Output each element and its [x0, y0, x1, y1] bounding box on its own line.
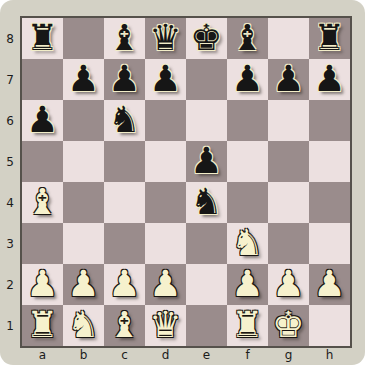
square-c8[interactable]: ♝ [104, 18, 145, 59]
piece-black-pawn[interactable]: ♟ [67, 58, 99, 99]
square-g1[interactable]: ♚ [268, 305, 309, 346]
square-a8[interactable]: ♜ [22, 18, 63, 59]
square-b8[interactable] [63, 18, 104, 59]
file-label-a: a [22, 348, 63, 364]
piece-black-pawn[interactable]: ♟ [272, 58, 304, 99]
square-f2[interactable]: ♟ [227, 264, 268, 305]
square-b5[interactable] [63, 141, 104, 182]
square-e4[interactable]: ♞ [186, 182, 227, 223]
square-b2[interactable]: ♟ [63, 264, 104, 305]
rank-label-8: 8 [0, 18, 20, 59]
piece-black-pawn[interactable]: ♟ [108, 58, 140, 99]
square-e1[interactable] [186, 305, 227, 346]
square-h7[interactable]: ♟ [309, 59, 350, 100]
piece-white-pawn[interactable]: ♟ [149, 263, 181, 304]
file-labels: abcdefgh [22, 348, 350, 364]
square-b4[interactable] [63, 182, 104, 223]
piece-white-bishop[interactable]: ♝ [26, 181, 58, 222]
file-label-e: e [186, 348, 227, 364]
square-c7[interactable]: ♟ [104, 59, 145, 100]
piece-white-king[interactable]: ♚ [272, 304, 304, 345]
square-h6[interactable] [309, 100, 350, 141]
piece-black-pawn[interactable]: ♟ [190, 140, 222, 181]
square-f4[interactable] [227, 182, 268, 223]
piece-black-rook[interactable]: ♜ [313, 17, 345, 58]
piece-white-pawn[interactable]: ♟ [108, 263, 140, 304]
square-f6[interactable] [227, 100, 268, 141]
square-c6[interactable]: ♞ [104, 100, 145, 141]
piece-black-bishop[interactable]: ♝ [231, 17, 263, 58]
square-b7[interactable]: ♟ [63, 59, 104, 100]
rank-label-6: 6 [0, 100, 20, 141]
square-g4[interactable] [268, 182, 309, 223]
square-g6[interactable] [268, 100, 309, 141]
square-e6[interactable] [186, 100, 227, 141]
piece-black-knight[interactable]: ♞ [108, 99, 140, 140]
square-g7[interactable]: ♟ [268, 59, 309, 100]
square-c3[interactable] [104, 223, 145, 264]
square-h4[interactable] [309, 182, 350, 223]
rank-label-1: 1 [0, 305, 20, 346]
square-b1[interactable]: ♞ [63, 305, 104, 346]
square-d2[interactable]: ♟ [145, 264, 186, 305]
piece-black-rook[interactable]: ♜ [26, 17, 58, 58]
piece-black-bishop[interactable]: ♝ [108, 17, 140, 58]
square-d3[interactable] [145, 223, 186, 264]
file-label-g: g [268, 348, 309, 364]
square-b6[interactable] [63, 100, 104, 141]
square-a6[interactable]: ♟ [22, 100, 63, 141]
file-label-b: b [63, 348, 104, 364]
rank-label-7: 7 [0, 59, 20, 100]
square-h5[interactable] [309, 141, 350, 182]
piece-white-queen[interactable]: ♛ [149, 304, 181, 345]
piece-white-rook[interactable]: ♜ [26, 304, 58, 345]
rank-label-2: 2 [0, 264, 20, 305]
square-g8[interactable] [268, 18, 309, 59]
piece-black-king[interactable]: ♚ [190, 17, 222, 58]
rank-label-5: 5 [0, 141, 20, 182]
square-c1[interactable]: ♝ [104, 305, 145, 346]
square-g2[interactable]: ♟ [268, 264, 309, 305]
square-a7[interactable] [22, 59, 63, 100]
square-f5[interactable] [227, 141, 268, 182]
square-e3[interactable] [186, 223, 227, 264]
square-e2[interactable] [186, 264, 227, 305]
square-d8[interactable]: ♛ [145, 18, 186, 59]
square-h3[interactable] [309, 223, 350, 264]
piece-black-pawn[interactable]: ♟ [313, 58, 345, 99]
piece-white-bishop[interactable]: ♝ [108, 304, 140, 345]
square-d1[interactable]: ♛ [145, 305, 186, 346]
square-d6[interactable] [145, 100, 186, 141]
piece-white-pawn[interactable]: ♟ [272, 263, 304, 304]
rank-label-3: 3 [0, 223, 20, 264]
piece-black-pawn[interactable]: ♟ [231, 58, 263, 99]
file-label-h: h [309, 348, 350, 364]
square-a4[interactable]: ♝ [22, 182, 63, 223]
square-h1[interactable] [309, 305, 350, 346]
square-d5[interactable] [145, 141, 186, 182]
square-a3[interactable] [22, 223, 63, 264]
piece-black-pawn[interactable]: ♟ [149, 58, 181, 99]
square-d4[interactable] [145, 182, 186, 223]
piece-black-queen[interactable]: ♛ [149, 17, 181, 58]
piece-white-knight[interactable]: ♞ [231, 222, 263, 263]
square-a5[interactable] [22, 141, 63, 182]
square-g5[interactable] [268, 141, 309, 182]
square-f8[interactable]: ♝ [227, 18, 268, 59]
square-a1[interactable]: ♜ [22, 305, 63, 346]
piece-white-pawn[interactable]: ♟ [26, 263, 58, 304]
file-label-f: f [227, 348, 268, 364]
square-f3[interactable]: ♞ [227, 223, 268, 264]
piece-white-rook[interactable]: ♜ [231, 304, 263, 345]
square-c5[interactable] [104, 141, 145, 182]
square-h8[interactable]: ♜ [309, 18, 350, 59]
square-d7[interactable]: ♟ [145, 59, 186, 100]
square-e8[interactable]: ♚ [186, 18, 227, 59]
square-c2[interactable]: ♟ [104, 264, 145, 305]
file-label-c: c [104, 348, 145, 364]
piece-black-pawn[interactable]: ♟ [26, 99, 58, 140]
rank-labels: 87654321 [0, 18, 20, 346]
rank-label-4: 4 [0, 182, 20, 223]
square-c4[interactable] [104, 182, 145, 223]
square-g3[interactable] [268, 223, 309, 264]
piece-white-pawn[interactable]: ♟ [231, 263, 263, 304]
piece-white-pawn[interactable]: ♟ [67, 263, 99, 304]
square-f7[interactable]: ♟ [227, 59, 268, 100]
file-label-d: d [145, 348, 186, 364]
square-f1[interactable]: ♜ [227, 305, 268, 346]
square-b3[interactable] [63, 223, 104, 264]
piece-white-pawn[interactable]: ♟ [313, 263, 345, 304]
chess-board[interactable]: ♜♝♛♚♝♜♟♟♟♟♟♟♟♞♟♝♞♞♟♟♟♟♟♟♟♜♞♝♛♜♚ [20, 16, 352, 348]
square-a2[interactable]: ♟ [22, 264, 63, 305]
square-h2[interactable]: ♟ [309, 264, 350, 305]
piece-white-knight[interactable]: ♞ [67, 304, 99, 345]
square-e5[interactable]: ♟ [186, 141, 227, 182]
square-e7[interactable] [186, 59, 227, 100]
piece-black-knight[interactable]: ♞ [190, 181, 222, 222]
board-panel: 87654321 ♜♝♛♚♝♜♟♟♟♟♟♟♟♞♟♝♞♞♟♟♟♟♟♟♟♜♞♝♛♜♚… [0, 0, 365, 365]
